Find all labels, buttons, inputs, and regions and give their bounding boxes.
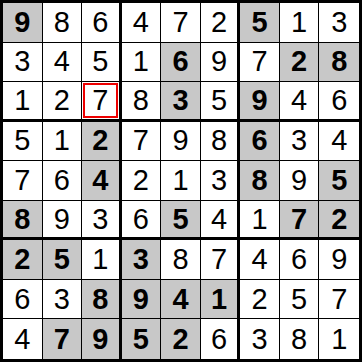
answer-digit: 7 [172,8,188,37]
given-digit: 9 [133,285,149,314]
cell-r1c7[interactable]: 5 [240,3,280,43]
cell-r9c9[interactable]: 1 [319,319,359,359]
cell-r9c4[interactable]: 5 [122,319,162,359]
cell-r8c3[interactable]: 8 [82,280,122,320]
cell-r1c4[interactable]: 4 [122,3,162,43]
answer-digit: 8 [54,8,70,37]
cell-r3c2[interactable]: 2 [43,82,83,122]
cell-r8c8[interactable]: 5 [280,280,320,320]
given-digit: 2 [291,47,307,76]
cell-r2c1[interactable]: 3 [3,43,43,83]
cell-r2c8[interactable]: 2 [280,43,320,83]
cell-r8c7[interactable]: 2 [240,280,280,320]
given-digit: 8 [252,166,268,195]
given-digit: 6 [172,47,188,76]
given-digit: 2 [172,325,188,354]
cell-r7c7[interactable]: 4 [240,240,280,280]
answer-digit: 7 [14,166,30,195]
cell-r6c2[interactable]: 9 [43,201,83,241]
given-digit: 5 [54,245,70,274]
cell-r2c2[interactable]: 4 [43,43,83,83]
answer-digit: 7 [211,245,227,274]
cell-r6c8[interactable]: 7 [280,201,320,241]
cell-r6c7[interactable]: 1 [240,201,280,241]
given-digit: 2 [331,205,347,234]
cell-r5c7[interactable]: 8 [240,161,280,201]
cell-r4c3[interactable]: 2 [82,122,122,162]
answer-digit: 3 [252,325,268,354]
answer-digit: 9 [331,245,347,274]
cell-r2c6[interactable]: 9 [201,43,241,83]
given-digit: 3 [133,245,149,274]
answer-digit: 3 [54,285,70,314]
cell-r5c4[interactable]: 2 [122,161,162,201]
answer-digit: 4 [331,126,347,155]
cell-r6c1[interactable]: 8 [3,201,43,241]
cell-r2c4[interactable]: 1 [122,43,162,83]
given-digit: 5 [172,205,188,234]
cell-r4c7[interactable]: 6 [240,122,280,162]
given-digit: 8 [331,47,347,76]
cell-r2c9[interactable]: 8 [319,43,359,83]
cell-r1c3[interactable]: 6 [82,3,122,43]
cell-r2c5[interactable]: 6 [161,43,201,83]
cell-r1c6[interactable]: 2 [201,3,241,43]
cell-r2c3[interactable]: 5 [82,43,122,83]
answer-digit: 2 [133,166,149,195]
cell-r5c6[interactable]: 3 [201,161,241,201]
cell-r3c4[interactable]: 8 [122,82,162,122]
answer-digit: 2 [54,86,70,115]
answer-digit: 1 [54,126,70,155]
answer-digit: 4 [14,325,30,354]
given-digit: 3 [172,86,188,115]
cell-r7c6[interactable]: 7 [201,240,241,280]
cell-r5c2[interactable]: 6 [43,161,83,201]
answer-digit: 5 [92,47,108,76]
answer-digit: 4 [291,86,307,115]
cell-r5c5[interactable]: 1 [161,161,201,201]
given-digit: 9 [252,86,268,115]
answer-digit: 6 [14,285,30,314]
cell-r4c5[interactable]: 9 [161,122,201,162]
answer-digit: 4 [54,47,70,76]
cell-r4c6[interactable]: 8 [201,122,241,162]
cell-r6c3[interactable]: 3 [82,201,122,241]
cell-r9c8[interactable]: 8 [280,319,320,359]
cell-r7c4[interactable]: 3 [122,240,162,280]
sudoku-board: 9864725133451697281278359465127986347642… [0,0,362,362]
cell-r9c7[interactable]: 3 [240,319,280,359]
cell-r7c9[interactable]: 9 [319,240,359,280]
cell-r7c2[interactable]: 5 [43,240,83,280]
cell-r5c3[interactable]: 4 [82,161,122,201]
cell-r8c6[interactable]: 1 [201,280,241,320]
cell-r9c5[interactable]: 2 [161,319,201,359]
cell-r4c8[interactable]: 3 [280,122,320,162]
given-digit: 5 [331,166,347,195]
answer-digit: 4 [252,245,268,274]
answer-digit: 3 [291,126,307,155]
cell-r3c8[interactable]: 4 [280,82,320,122]
answer-digit: 1 [291,8,307,37]
answer-digit: 8 [172,245,188,274]
cell-r1c8[interactable]: 1 [280,3,320,43]
cell-r1c1[interactable]: 9 [3,3,43,43]
cell-r6c6[interactable]: 4 [201,201,241,241]
answer-digit: 3 [92,205,108,234]
answer-digit: 9 [291,166,307,195]
answer-digit: 7 [92,86,108,115]
cell-r4c4[interactable]: 7 [122,122,162,162]
answer-digit: 6 [92,8,108,37]
answer-digit: 5 [211,86,227,115]
answer-digit: 1 [252,205,268,234]
answer-digit: 3 [211,166,227,195]
cell-r6c4[interactable]: 6 [122,201,162,241]
cell-r4c9[interactable]: 4 [319,122,359,162]
cell-r8c5[interactable]: 4 [161,280,201,320]
cell-r9c6[interactable]: 6 [201,319,241,359]
cell-r7c8[interactable]: 6 [280,240,320,280]
cell-r5c1[interactable]: 7 [3,161,43,201]
answer-digit: 7 [133,126,149,155]
cell-r6c5[interactable]: 5 [161,201,201,241]
cell-r8c2[interactable]: 3 [43,280,83,320]
given-digit: 2 [14,245,30,274]
given-digit: 8 [92,285,108,314]
answer-digit: 7 [331,285,347,314]
cell-r1c5[interactable]: 7 [161,3,201,43]
answer-digit: 6 [291,245,307,274]
cell-r5c9[interactable]: 5 [319,161,359,201]
answer-digit: 1 [133,47,149,76]
answer-digit: 6 [54,166,70,195]
cell-r2c7[interactable]: 7 [240,43,280,83]
answer-digit: 2 [252,285,268,314]
given-digit: 5 [133,325,149,354]
cell-r5c8[interactable]: 9 [280,161,320,201]
answer-digit: 3 [14,47,30,76]
given-digit: 7 [54,325,70,354]
answer-digit: 8 [211,126,227,155]
given-digit: 4 [92,166,108,195]
cell-r8c1[interactable]: 6 [3,280,43,320]
cell-r9c3[interactable]: 9 [82,319,122,359]
given-digit: 6 [252,126,268,155]
answer-digit: 7 [252,47,268,76]
given-digit: 4 [172,285,188,314]
answer-digit: 4 [133,8,149,37]
cell-r7c1[interactable]: 2 [3,240,43,280]
answer-digit: 1 [14,86,30,115]
given-digit: 2 [92,126,108,155]
cell-r3c6[interactable]: 5 [201,82,241,122]
cell-r3c5[interactable]: 3 [161,82,201,122]
answer-digit: 9 [172,126,188,155]
answer-digit: 9 [211,47,227,76]
answer-digit: 1 [172,166,188,195]
cell-r4c1[interactable]: 5 [3,122,43,162]
cell-r8c9[interactable]: 7 [319,280,359,320]
answer-digit: 6 [331,86,347,115]
given-digit: 1 [211,285,227,314]
given-digit: 5 [252,8,268,37]
answer-digit: 8 [291,325,307,354]
cell-r8c4[interactable]: 9 [122,280,162,320]
cell-r9c2[interactable]: 7 [43,319,83,359]
cell-r3c9[interactable]: 6 [319,82,359,122]
given-digit: 9 [92,325,108,354]
given-digit: 9 [14,8,30,37]
given-digit: 8 [14,205,30,234]
cell-r3c3[interactable]: 7 [82,82,122,122]
answer-digit: 9 [54,205,70,234]
cell-r1c2[interactable]: 8 [43,3,83,43]
answer-digit: 3 [331,8,347,37]
answer-digit: 1 [331,325,347,354]
answer-digit: 6 [211,325,227,354]
cell-r6c9[interactable]: 2 [319,201,359,241]
cell-r1c9[interactable]: 3 [319,3,359,43]
cell-r7c3[interactable]: 1 [82,240,122,280]
given-digit: 7 [291,205,307,234]
cell-r4c2[interactable]: 1 [43,122,83,162]
cell-r3c7[interactable]: 9 [240,82,280,122]
answer-digit: 1 [92,245,108,274]
answer-digit: 5 [14,126,30,155]
answer-digit: 4 [211,205,227,234]
answer-digit: 8 [133,86,149,115]
answer-digit: 5 [291,285,307,314]
cell-r9c1[interactable]: 4 [3,319,43,359]
answer-digit: 6 [133,205,149,234]
answer-digit: 2 [211,8,227,37]
cell-r7c5[interactable]: 8 [161,240,201,280]
cell-r3c1[interactable]: 1 [3,82,43,122]
